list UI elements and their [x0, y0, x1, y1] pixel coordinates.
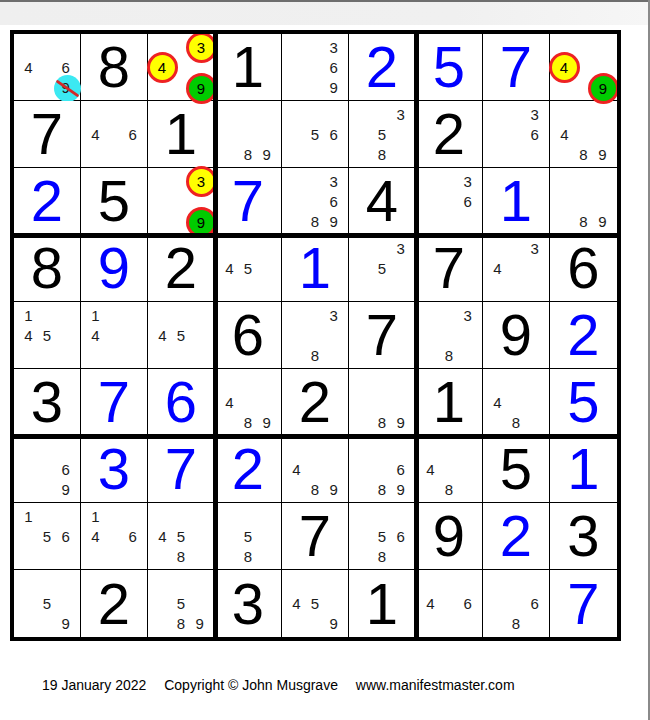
big-digit: 6: [550, 235, 617, 301]
cell-r5c4[interactable]: 6: [215, 302, 282, 369]
cell-r6c5[interactable]: 2: [282, 369, 349, 436]
candidate-digit: 6: [123, 124, 142, 144]
cell-r3c4[interactable]: 7: [215, 168, 282, 235]
cell-r3c8[interactable]: 1: [483, 168, 550, 235]
candidates: 46: [416, 570, 482, 637]
big-digit: 7: [14, 101, 80, 167]
cell-r8c6[interactable]: 568: [349, 503, 416, 570]
cell-r1c9[interactable]: 49: [550, 34, 617, 101]
candidate-digit: 8: [440, 345, 459, 365]
cell-r4c5[interactable]: 1: [282, 235, 349, 302]
candidate-digit: 3: [324, 37, 343, 57]
big-digit: 7: [282, 503, 348, 569]
big-digit: 2: [416, 101, 482, 167]
big-digit: 2: [14, 168, 80, 234]
cell-r3c1[interactable]: 2: [14, 168, 81, 235]
cell-r6c9[interactable]: 5: [550, 369, 617, 436]
candidate-digit: 8: [373, 412, 392, 432]
candidates: 146: [81, 503, 147, 569]
candidates: 36: [483, 101, 549, 167]
candidates: 38: [282, 302, 348, 368]
big-digit: 2: [215, 436, 281, 502]
big-digit: 1: [148, 101, 214, 167]
candidate-digit: 6: [324, 124, 343, 144]
cell-r9c7[interactable]: 46: [416, 570, 483, 637]
candidate-digit: 1: [86, 506, 105, 526]
candidates: 89: [349, 369, 415, 435]
candidate-digit: 9: [593, 144, 612, 164]
candidate-digit: 8: [172, 546, 191, 566]
big-digit: 3: [215, 570, 281, 637]
cell-r5c1[interactable]: 145: [14, 302, 81, 369]
cell-r6c4[interactable]: 489: [215, 369, 282, 436]
candidates: 46: [81, 101, 147, 167]
big-digit: 2: [349, 34, 415, 100]
candidate-digit: 4: [488, 392, 507, 412]
candidate-digit: 9: [324, 614, 343, 634]
candidate-digit: 3: [458, 305, 477, 325]
candidate-digit: 4: [555, 124, 574, 144]
cell-r4c6[interactable]: 35: [349, 235, 416, 302]
candidate-digit: 3: [391, 104, 410, 124]
candidate-digit: 9: [324, 77, 343, 97]
big-digit: 8: [14, 235, 80, 301]
big-digit: 4: [349, 168, 415, 234]
big-digit: 7: [81, 369, 147, 435]
cell-r8c3[interactable]: 458: [148, 503, 215, 570]
candidate-digit: 8: [507, 412, 526, 432]
candidates: 589: [148, 570, 214, 637]
candidate-digit: 5: [239, 258, 258, 278]
cell-r5c9[interactable]: 2: [550, 302, 617, 369]
cell-r9c5[interactable]: 459: [282, 570, 349, 637]
candidate-digit: 9: [190, 77, 209, 97]
big-digit: 5: [550, 369, 617, 435]
candidate-digit: 3: [324, 305, 343, 325]
cell-r7c5[interactable]: 489: [282, 436, 349, 503]
candidates: 489: [215, 369, 281, 435]
cell-r1c6[interactable]: 2: [349, 34, 416, 101]
big-digit: 9: [81, 235, 147, 301]
candidate-digit: 3: [458, 171, 477, 191]
cell-r7c1[interactable]: 69: [14, 436, 81, 503]
cell-r4c7[interactable]: 7: [416, 235, 483, 302]
candidate-digit: 3: [525, 104, 544, 124]
candidate-digit: 3: [190, 37, 209, 57]
candidate-digit: 9: [593, 211, 612, 231]
big-digit: 1: [282, 235, 348, 301]
candidates: 35: [349, 235, 415, 301]
cell-r9c4[interactable]: 3: [215, 570, 282, 637]
candidate-digit: 6: [391, 526, 410, 546]
candidates: 68: [483, 570, 549, 637]
cell-r4c3[interactable]: 2: [148, 235, 215, 302]
candidate-digit: 8: [574, 211, 593, 231]
cell-r4c1[interactable]: 8: [14, 235, 81, 302]
cell-r2c3[interactable]: 1: [148, 101, 215, 168]
footer-date: 19 January 2022: [42, 677, 146, 693]
big-digit: 1: [550, 436, 617, 502]
candidates: 145: [14, 302, 80, 368]
candidate-digit: 9: [391, 412, 410, 432]
candidate-digit: 8: [239, 144, 258, 164]
candidates: 38: [416, 302, 482, 368]
cell-r9c6[interactable]: 1: [349, 570, 416, 637]
candidate-digit: 6: [458, 593, 477, 613]
candidate-digit: 5: [38, 526, 57, 546]
big-digit: 1: [483, 168, 549, 234]
cell-r1c8[interactable]: 7: [483, 34, 550, 101]
cell-r8c7[interactable]: 9: [416, 503, 483, 570]
candidate-digit: 5: [38, 325, 57, 345]
cell-r2c4[interactable]: 89: [215, 101, 282, 168]
cell-r1c1[interactable]: 469: [14, 34, 81, 101]
candidate-digit: 5: [373, 124, 392, 144]
candidate-digit: 1: [86, 305, 105, 325]
candidate-digit: 8: [239, 546, 258, 566]
cell-r1c2[interactable]: 8: [81, 34, 148, 101]
candidate-digit: 4: [555, 57, 574, 77]
candidate-digit: 5: [373, 258, 392, 278]
cell-r1c4[interactable]: 1: [215, 34, 282, 101]
candidate-digit: 1: [19, 305, 38, 325]
candidates: 3689: [282, 168, 348, 234]
candidate-digit: 9: [391, 479, 410, 499]
big-digit: 9: [483, 302, 549, 368]
candidates: 89: [215, 101, 281, 167]
candidates: 48: [416, 436, 482, 502]
cell-r9c2[interactable]: 2: [81, 570, 148, 637]
big-digit: 2: [483, 503, 549, 569]
big-digit: 2: [148, 235, 214, 301]
candidate-digit: 9: [56, 479, 75, 499]
cell-r8c5[interactable]: 7: [282, 503, 349, 570]
cell-r5c7[interactable]: 38: [416, 302, 483, 369]
candidate-digit: 5: [172, 325, 191, 345]
candidate-digit: 4: [421, 459, 440, 479]
big-digit: 2: [550, 302, 617, 368]
big-digit: 3: [81, 436, 147, 502]
candidate-digit: 4: [488, 258, 507, 278]
candidates: 34: [483, 235, 549, 301]
big-digit: 1: [416, 369, 482, 435]
big-digit: 2: [81, 570, 147, 637]
candidate-digit: 4: [220, 258, 239, 278]
candidates: 156: [14, 503, 80, 569]
candidates: 369: [282, 34, 348, 100]
cell-r1c3[interactable]: 349: [148, 34, 215, 101]
cell-r9c8[interactable]: 68: [483, 570, 550, 637]
big-digit: 7: [550, 570, 617, 637]
candidates: 56: [282, 101, 348, 167]
cell-r5c8[interactable]: 9: [483, 302, 550, 369]
candidates: 689: [349, 436, 415, 502]
candidates: 48: [483, 369, 549, 435]
candidate-digit: 3: [324, 171, 343, 191]
sudoku-grid: 4698349136925749746189563582364892539736…: [14, 34, 617, 637]
cell-r8c1[interactable]: 156: [14, 503, 81, 570]
candidate-digit: 8: [574, 144, 593, 164]
candidate-digit: 4: [153, 325, 172, 345]
candidate-digit: 9: [324, 479, 343, 499]
candidate-digit: 4: [153, 526, 172, 546]
cell-r2c7[interactable]: 2: [416, 101, 483, 168]
big-digit: 7: [349, 302, 415, 368]
candidate-digit: 9: [190, 614, 209, 634]
cell-r9c3[interactable]: 589: [148, 570, 215, 637]
candidate-digit: 9: [593, 77, 612, 97]
cell-r6c1[interactable]: 3: [14, 369, 81, 436]
candidate-digit: 6: [324, 57, 343, 77]
candidate-digit: 3: [190, 171, 209, 191]
candidates: 568: [349, 503, 415, 569]
window-chrome-bar: [0, 2, 648, 25]
big-digit: 7: [416, 235, 482, 301]
cell-r5c5[interactable]: 38: [282, 302, 349, 369]
candidates: 45: [215, 235, 281, 301]
cell-r6c7[interactable]: 1: [416, 369, 483, 436]
big-digit: 1: [215, 34, 281, 100]
big-digit: 3: [14, 369, 80, 435]
cell-r2c8[interactable]: 36: [483, 101, 550, 168]
candidate-digit: 6: [458, 191, 477, 211]
cell-r2c2[interactable]: 46: [81, 101, 148, 168]
candidate-digit: 8: [306, 479, 325, 499]
candidate-digit: 5: [306, 593, 325, 613]
cell-r3c6[interactable]: 4: [349, 168, 416, 235]
cell-r7c9[interactable]: 1: [550, 436, 617, 503]
cell-r5c6[interactable]: 7: [349, 302, 416, 369]
candidates: 458: [148, 503, 214, 569]
cell-r8c9[interactable]: 3: [550, 503, 617, 570]
cell-r6c6[interactable]: 89: [349, 369, 416, 436]
candidate-digit: 8: [306, 345, 325, 365]
cell-r3c2[interactable]: 5: [81, 168, 148, 235]
candidates: 39: [148, 168, 214, 234]
footer-website: www.manifestmaster.com: [356, 677, 515, 693]
big-digit: 7: [148, 436, 214, 502]
cell-r1c7[interactable]: 5: [416, 34, 483, 101]
candidates: 69: [14, 436, 80, 502]
cell-r7c8[interactable]: 5: [483, 436, 550, 503]
big-digit: 1: [349, 570, 415, 637]
candidate-digit: 6: [56, 57, 75, 77]
candidate-digit: 4: [19, 57, 38, 77]
candidate-digit: 6: [56, 459, 75, 479]
candidate-digit: 8: [373, 546, 392, 566]
candidate-digit: 5: [373, 526, 392, 546]
candidates: 358: [349, 101, 415, 167]
candidate-digit: 8: [440, 479, 459, 499]
cell-r6c2[interactable]: 7: [81, 369, 148, 436]
cell-r2c1[interactable]: 7: [14, 101, 81, 168]
big-digit: 6: [215, 302, 281, 368]
candidate-digit: 5: [38, 593, 57, 613]
candidate-digit: 8: [373, 144, 392, 164]
big-digit: 9: [416, 503, 482, 569]
candidates: 489: [550, 101, 617, 167]
candidate-digit: 8: [239, 412, 258, 432]
big-digit: 6: [148, 369, 214, 435]
candidate-digit: 3: [391, 238, 410, 258]
candidate-digit: 5: [172, 593, 191, 613]
candidate-digit: 8: [306, 211, 325, 231]
candidate-digit: 6: [123, 526, 142, 546]
cell-r9c1[interactable]: 59: [14, 570, 81, 637]
candidate-digit: 6: [391, 459, 410, 479]
footer: 19 January 2022 Copyright © John Musgrav…: [42, 677, 529, 693]
big-digit: 5: [483, 436, 549, 502]
big-digit: 8: [81, 34, 147, 100]
cell-r8c4[interactable]: 58: [215, 503, 282, 570]
candidate-digit: 4: [19, 325, 38, 345]
cell-r8c2[interactable]: 146: [81, 503, 148, 570]
candidate-digit: 4: [287, 459, 306, 479]
cell-r3c3[interactable]: 39: [148, 168, 215, 235]
cell-r3c5[interactable]: 3689: [282, 168, 349, 235]
candidate-digit: 4: [287, 593, 306, 613]
big-digit: 5: [416, 34, 482, 100]
footer-copyright: Copyright © John Musgrave: [164, 677, 338, 693]
candidate-digit: 6: [525, 124, 544, 144]
candidate-digit: 4: [153, 57, 172, 77]
candidate-digit: 6: [56, 526, 75, 546]
cell-r9c9[interactable]: 7: [550, 570, 617, 637]
big-digit: 5: [81, 168, 147, 234]
candidates: 49: [550, 34, 617, 100]
candidate-digit: 4: [86, 526, 105, 546]
candidates: 89: [550, 168, 617, 234]
candidates: 489: [282, 436, 348, 502]
candidates: 36: [416, 168, 482, 234]
cell-r4c4[interactable]: 45: [215, 235, 282, 302]
cell-r5c3[interactable]: 45: [148, 302, 215, 369]
candidates: 59: [14, 570, 80, 637]
sudoku-board: 4698349136925749746189563582364892539736…: [10, 30, 621, 641]
cell-r7c7[interactable]: 48: [416, 436, 483, 503]
cell-r3c9[interactable]: 89: [550, 168, 617, 235]
candidates: 349: [148, 34, 214, 100]
candidate-digit: 9: [56, 614, 75, 634]
cell-r7c3[interactable]: 7: [148, 436, 215, 503]
candidate-digit: 9: [257, 144, 276, 164]
cell-r2c5[interactable]: 56: [282, 101, 349, 168]
big-digit: 2: [282, 369, 348, 435]
candidates: 14: [81, 302, 147, 368]
candidates: 58: [215, 503, 281, 569]
candidate-digit: 4: [86, 124, 105, 144]
cell-r8c8[interactable]: 2: [483, 503, 550, 570]
candidates: 459: [282, 570, 348, 637]
cell-r7c2[interactable]: 3: [81, 436, 148, 503]
cell-r4c8[interactable]: 34: [483, 235, 550, 302]
candidate-digit: 8: [373, 479, 392, 499]
candidate-digit: 1: [19, 506, 38, 526]
candidate-digit: 8: [507, 614, 526, 634]
candidate-digit: 4: [421, 593, 440, 613]
cell-r4c2[interactable]: 9: [81, 235, 148, 302]
cell-r1c5[interactable]: 369: [282, 34, 349, 101]
big-digit: 3: [550, 503, 617, 569]
candidate-digit: 4: [220, 392, 239, 412]
candidate-digit: 6: [525, 593, 544, 613]
candidate-digit: 6: [324, 191, 343, 211]
candidates: 45: [148, 302, 214, 368]
candidate-digit: 5: [172, 526, 191, 546]
candidate-digit: 9: [324, 211, 343, 231]
big-digit: 7: [483, 34, 549, 100]
big-digit: 7: [215, 168, 281, 234]
candidate-digit: 8: [172, 614, 191, 634]
cell-r6c8[interactable]: 48: [483, 369, 550, 436]
cell-r7c4[interactable]: 2: [215, 436, 282, 503]
cell-r2c9[interactable]: 489: [550, 101, 617, 168]
cell-r7c6[interactable]: 689: [349, 436, 416, 503]
cell-r2c6[interactable]: 358: [349, 101, 416, 168]
candidate-digit: 9: [257, 412, 276, 432]
cell-r4c9[interactable]: 6: [550, 235, 617, 302]
cell-r6c3[interactable]: 6: [148, 369, 215, 436]
candidate-digit: 9: [190, 211, 209, 231]
candidate-digit: 3: [525, 238, 544, 258]
cell-r5c2[interactable]: 14: [81, 302, 148, 369]
cell-r3c7[interactable]: 36: [416, 168, 483, 235]
candidate-digit: 5: [306, 124, 325, 144]
candidate-digit: 4: [86, 325, 105, 345]
candidate-digit: 5: [239, 526, 258, 546]
